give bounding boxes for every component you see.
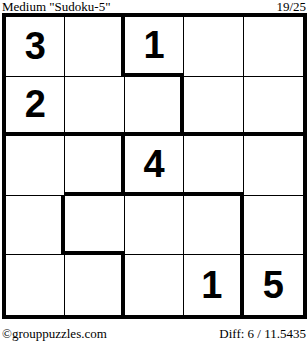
cell-r4c0[interactable] — [6, 255, 65, 315]
cell-r2c3[interactable] — [184, 136, 243, 196]
cell-r3c4[interactable] — [244, 196, 303, 256]
cell-r0c3[interactable] — [184, 17, 243, 77]
cell-r4c2[interactable] — [125, 255, 184, 315]
given-digit-r4c4[interactable]: 5 — [244, 255, 303, 315]
cell-r2c1[interactable] — [65, 136, 124, 196]
cell-r3c2[interactable] — [125, 196, 184, 256]
cell-r4c1[interactable] — [65, 255, 124, 315]
cell-r3c0[interactable] — [6, 196, 65, 256]
puzzle-counter: 19/25 — [276, 0, 306, 13]
cell-r1c3[interactable] — [184, 77, 243, 137]
cell-r3c3[interactable] — [184, 196, 243, 256]
cell-r0c1[interactable] — [65, 17, 124, 77]
copyright-text: ©grouppuzzles.com — [2, 327, 107, 341]
cell-r1c4[interactable] — [244, 77, 303, 137]
page-footer: ©grouppuzzles.com Diff: 6 / 11.5435 — [2, 324, 306, 343]
board: 312415 — [2, 13, 307, 319]
given-digit-r4c3[interactable]: 1 — [184, 255, 243, 315]
difficulty-text: Diff: 6 / 11.5435 — [219, 327, 306, 341]
page-header: Medium "Sudoku-5" 19/25 — [2, 0, 306, 13]
cell-r3c1[interactable] — [65, 196, 124, 256]
given-digit-r0c0[interactable]: 3 — [6, 17, 65, 77]
puzzle-title: Medium "Sudoku-5" — [2, 0, 110, 13]
given-digit-r2c2[interactable]: 4 — [125, 136, 184, 196]
cell-r2c4[interactable] — [244, 136, 303, 196]
cell-r1c2[interactable] — [125, 77, 184, 137]
given-digit-r0c2[interactable]: 1 — [125, 17, 184, 77]
given-digit-r1c0[interactable]: 2 — [6, 77, 65, 137]
cell-r1c1[interactable] — [65, 77, 124, 137]
cell-r2c0[interactable] — [6, 136, 65, 196]
cell-r0c4[interactable] — [244, 17, 303, 77]
